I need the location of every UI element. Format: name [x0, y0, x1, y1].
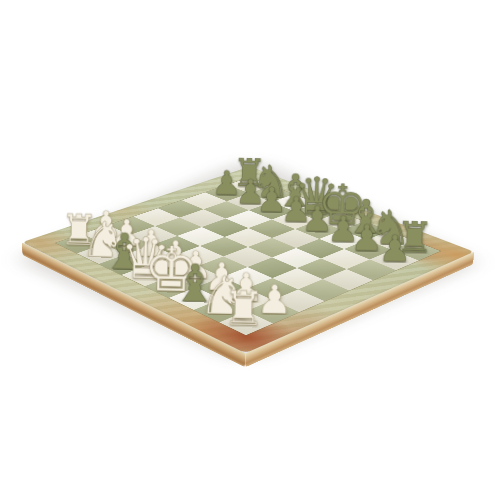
scene: ♜♞♝♛♚♝♞♜♟♟♟♟♟♟♟♟♟♟♟♟♟♟♟♟♜♞♝♛♚♝♞♜ — [0, 0, 500, 500]
green-pawn-glyph: ♟ — [334, 230, 457, 269]
chess-board: ♜♞♝♛♚♝♞♜♟♟♟♟♟♟♟♟♟♟♟♟♟♟♟♟♜♞♝♛♚♝♞♜ — [22, 166, 474, 353]
white-rook-glyph: ♜ — [176, 284, 311, 334]
